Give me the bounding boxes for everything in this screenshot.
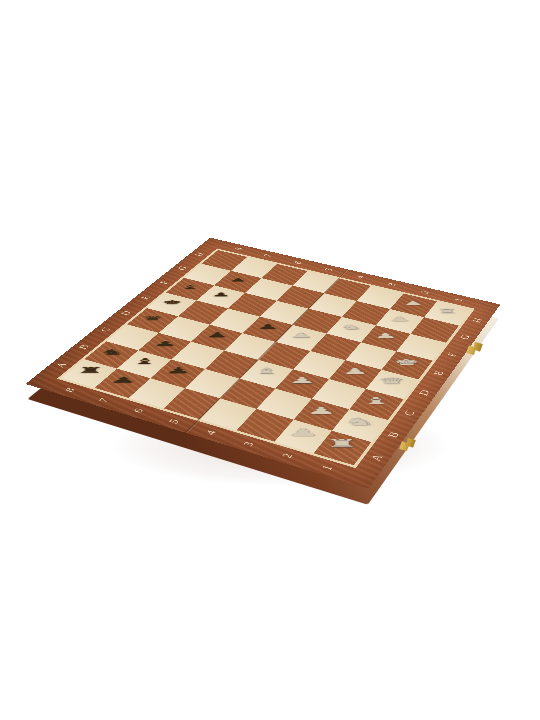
- black-pawn-glyph: ♟: [153, 340, 177, 347]
- black-pawn-glyph: ♟: [229, 277, 247, 282]
- white-king-glyph: ♚: [393, 358, 420, 366]
- white-pawn-glyph: ♟: [288, 427, 320, 437]
- black-rook-glyph: ♜: [76, 366, 104, 374]
- white-rook-glyph: ♜: [436, 308, 458, 314]
- black-queen-glyph: ♛: [142, 315, 164, 321]
- white-knight-glyph: ♞: [340, 324, 363, 330]
- black-knight-glyph: ♞: [99, 348, 125, 355]
- white-pawn-glyph: ♟: [374, 332, 398, 339]
- white-pawn-glyph: ♟: [290, 332, 313, 339]
- black-bishop-glyph: ♝: [132, 357, 158, 365]
- black-pawn-glyph: ♟: [211, 292, 231, 297]
- white-pawn-glyph: ♟: [388, 316, 411, 322]
- white-pawn-glyph: ♟: [288, 376, 316, 385]
- black-pawn-glyph: ♟: [205, 331, 229, 338]
- white-pawn-glyph: ♟: [307, 406, 337, 416]
- black-king-glyph: ♚: [162, 299, 182, 304]
- black-bishop-glyph: ♝: [181, 285, 200, 290]
- product-photo-stage: ABCDEFGH ABCDEFGH 87654321 87654321 ♜♞♛♚…: [0, 0, 540, 720]
- white-pawn-glyph: ♟: [402, 300, 423, 306]
- white-queen-glyph: ♛: [378, 377, 407, 386]
- black-pawn-glyph: ♟: [109, 376, 137, 384]
- white-bishop-glyph: ♝: [361, 396, 391, 405]
- white-rook-glyph: ♜: [326, 438, 360, 449]
- black-pawn-glyph: ♟: [165, 367, 192, 375]
- black-pawn-glyph: ♟: [257, 323, 279, 329]
- white-pawn-glyph: ♟: [342, 367, 369, 375]
- white-knight-glyph: ♞: [344, 416, 376, 426]
- white-bishop-glyph: ♝: [254, 367, 280, 375]
